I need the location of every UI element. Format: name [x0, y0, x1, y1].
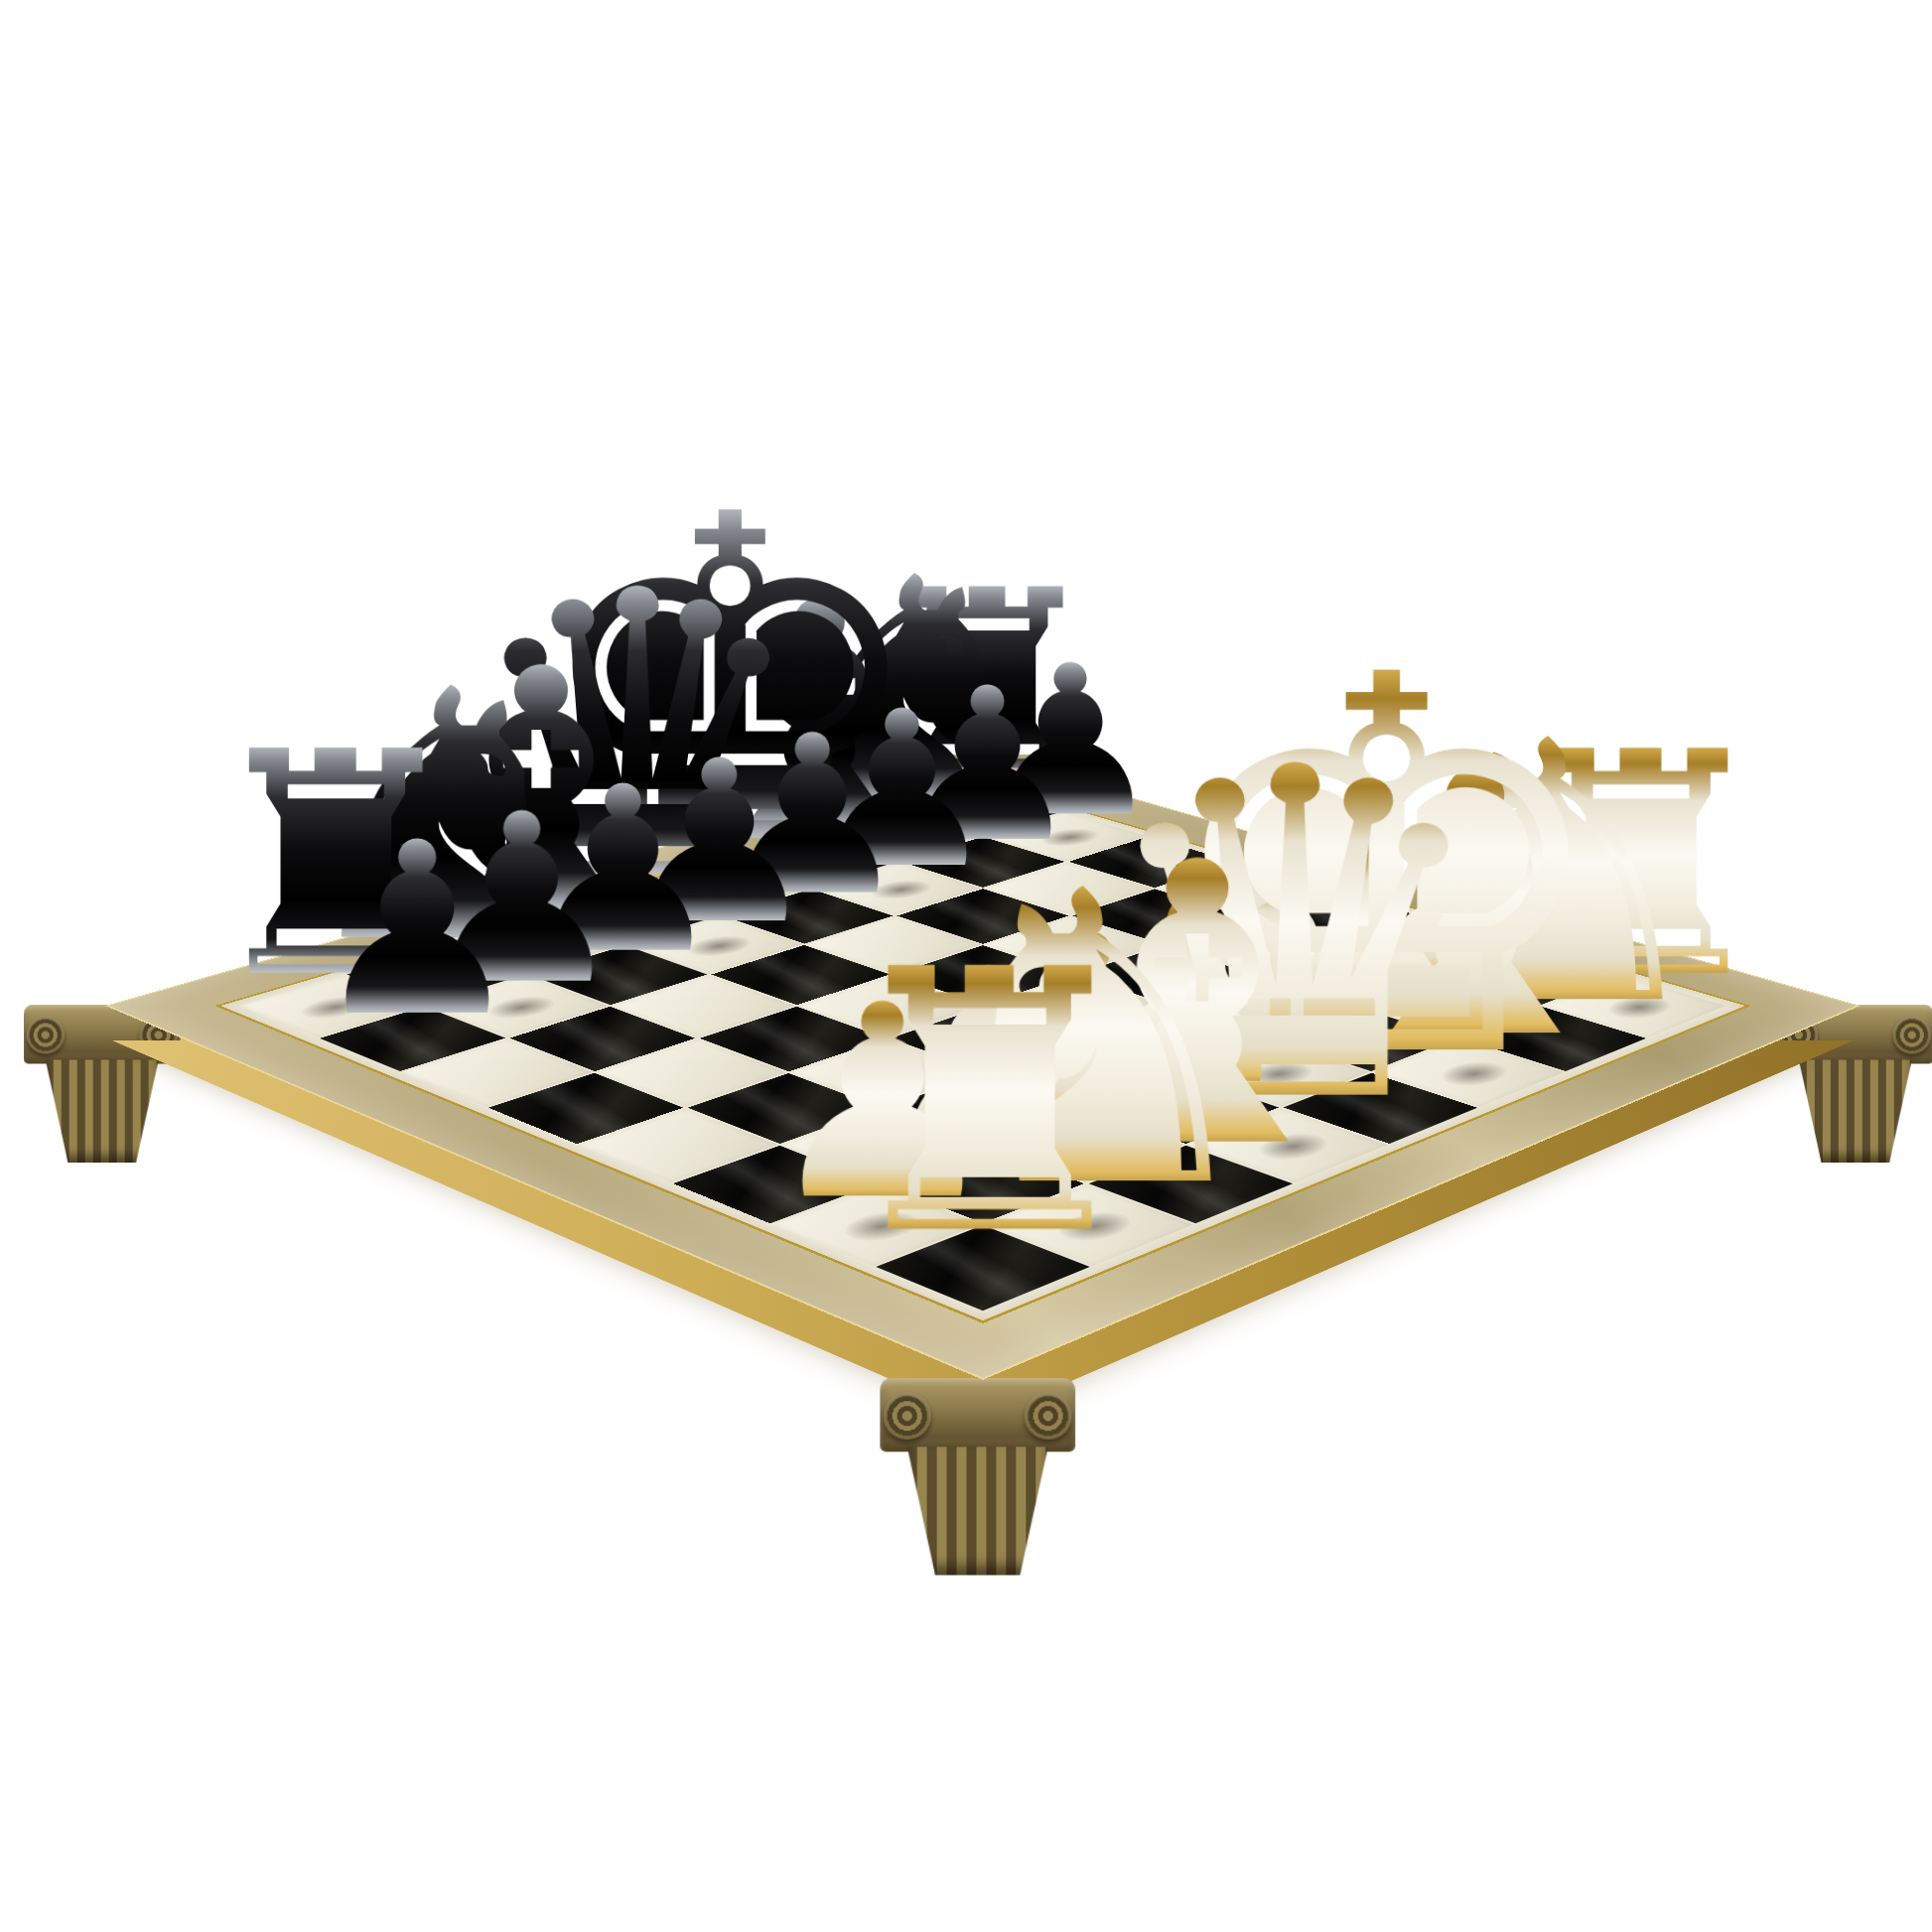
column-capital-foot-front [880, 1378, 1075, 1576]
black-pawn-icon: ♟ [310, 821, 523, 1040]
column-fluting-icon [46, 1059, 159, 1163]
square-a1[interactable]: ♜ [877, 1225, 1090, 1311]
frame-inner-gold-line: ♜♞♝♛♚♝♞♜♟♟♟♟♟♟♟♟♟♟♟♟♟♟♟♟♜♞♝♛♚♝♞♜ [214, 781, 1750, 1322]
product-photo-canvas: ♜♞♝♛♚♝♞♜♟♟♟♟♟♟♟♟♟♟♟♟♟♟♟♟♜♞♝♛♚♝♞♜ [0, 0, 1932, 1932]
chess-set-scene: ♜♞♝♛♚♝♞♜♟♟♟♟♟♟♟♟♟♟♟♟♟♟♟♟♜♞♝♛♚♝♞♜ [362, 385, 1603, 1626]
column-fluting-icon [907, 1447, 1048, 1575]
ionic-volute-icon [880, 1378, 1075, 1452]
column-fluting-icon [1799, 1059, 1912, 1163]
board-gold-frame: ♜♞♝♛♚♝♞♜♟♟♟♟♟♟♟♟♟♟♟♟♟♟♟♟♜♞♝♛♚♝♞♜ [105, 756, 1861, 1380]
board-grid: ♜♞♝♛♚♝♞♜♟♟♟♟♟♟♟♟♟♟♟♟♟♟♟♟♜♞♝♛♚♝♞♜ [240, 788, 1725, 1311]
white-rook-icon: ♜ [827, 937, 1151, 1270]
piece-white-rook[interactable]: ♜ [672, 937, 1307, 1270]
chess-board: ♜♞♝♛♚♝♞♜♟♟♟♟♟♟♟♟♟♟♟♟♟♟♟♟♜♞♝♛♚♝♞♜ [105, 756, 1861, 1380]
